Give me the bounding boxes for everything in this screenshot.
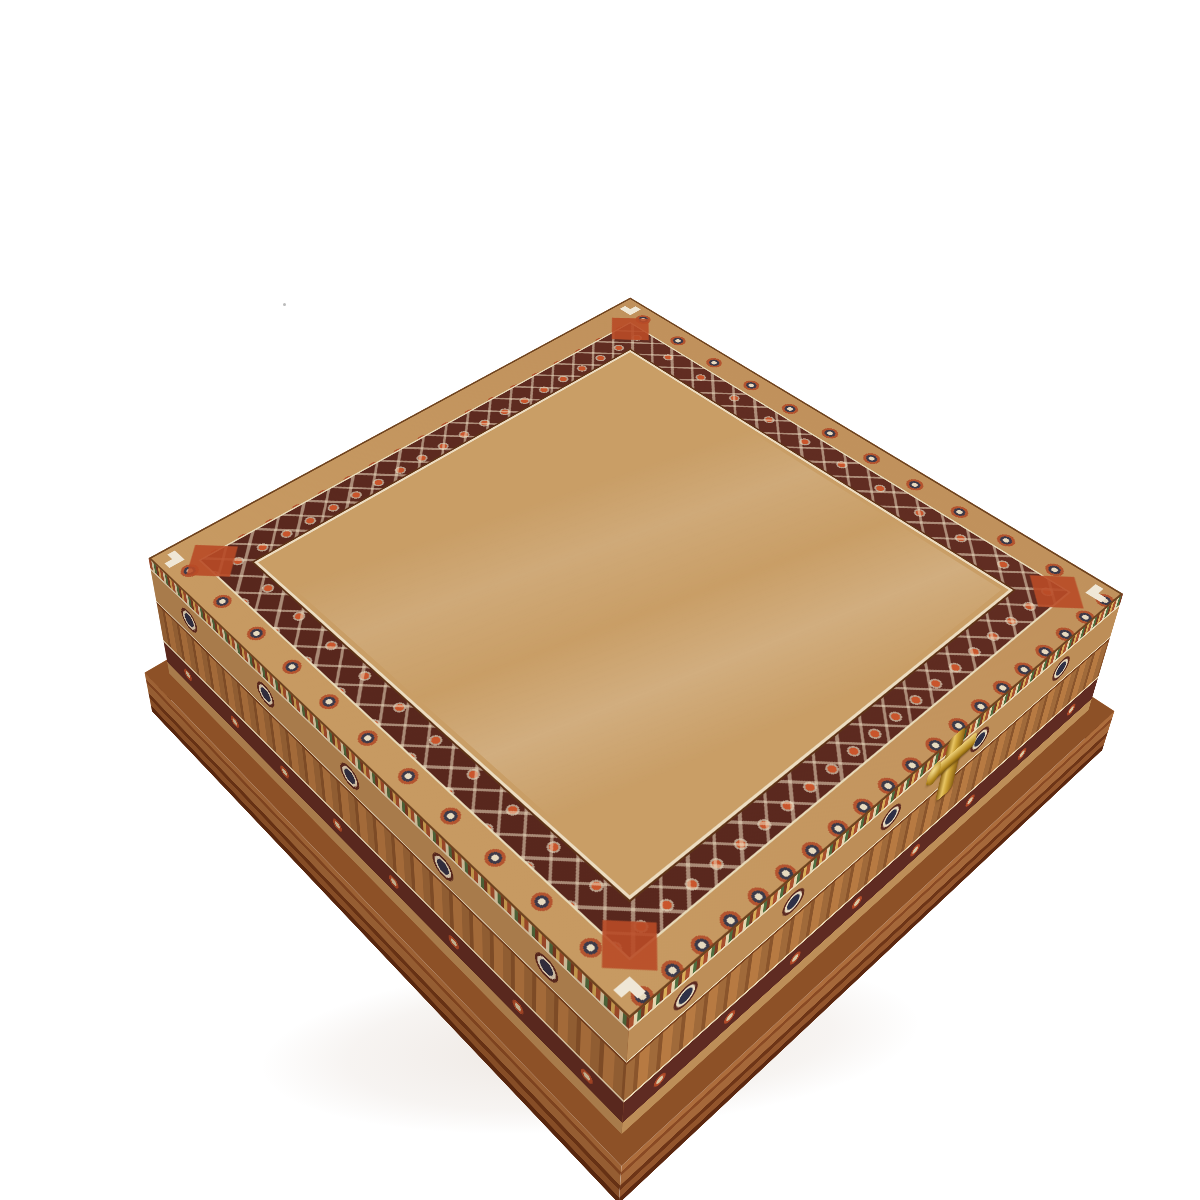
corner-inlay-motif (620, 303, 641, 315)
box-top (149, 298, 1123, 1019)
corner-inlay-motif (1085, 584, 1111, 602)
chess-box (149, 298, 1123, 1019)
red-inlay-accent (186, 545, 238, 577)
red-inlay-accent (612, 318, 649, 341)
product-photo-background (0, 0, 1200, 1200)
scene (0, 0, 1200, 1200)
corner-inlay-motif (160, 550, 185, 567)
corner-inlay-motif (613, 976, 646, 1005)
